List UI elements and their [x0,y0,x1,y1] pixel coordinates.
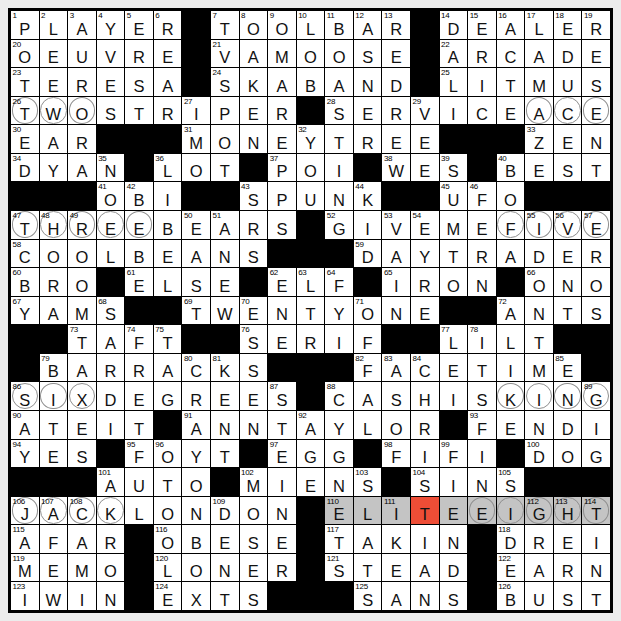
grid-cell[interactable]: E [382,125,410,153]
grid-cell[interactable]: 18E [554,11,582,39]
grid-cell[interactable]: 88C [325,382,353,410]
grid-cell[interactable]: K [382,525,410,553]
grid-cell[interactable]: A [68,154,96,182]
grid-cell[interactable]: D [382,68,410,96]
grid-cell[interactable]: L [125,497,153,525]
grid-cell[interactable]: 117T [325,525,353,553]
grid-cell[interactable]: N [582,554,610,582]
grid-cell[interactable]: R [468,40,496,68]
grid-cell[interactable]: N [382,297,410,325]
grid-cell[interactable]: O [68,240,96,268]
grid-cell[interactable]: 65I [382,268,410,296]
grid-cell[interactable]: R [297,325,325,353]
grid-cell[interactable]: 25L [440,68,468,96]
grid-cell[interactable]: S [468,382,496,410]
grid-cell[interactable]: 12A [354,11,382,39]
grid-cell[interactable]: 60B [11,268,39,296]
grid-cell[interactable]: L [497,325,525,353]
grid-cell[interactable]: 68S [97,297,125,325]
grid-cell[interactable]: 78I [468,325,496,353]
grid-cell[interactable]: T [582,154,610,182]
grid-cell[interactable]: 15E [468,11,496,39]
grid-cell[interactable]: 116O [154,525,182,553]
grid-cell[interactable]: 26T [11,97,39,125]
grid-cell[interactable]: 69T [182,297,210,325]
grid-cell[interactable]: 80C [182,354,210,382]
grid-cell[interactable]: I [154,182,182,210]
grid-cell[interactable]: O [211,125,239,153]
grid-cell[interactable]: N [211,240,239,268]
grid-cell[interactable]: E [211,382,239,410]
grid-cell[interactable]: E [40,554,68,582]
grid-cell[interactable]: 102M [240,468,268,496]
grid-cell[interactable]: R [40,268,68,296]
grid-cell[interactable]: V [97,40,125,68]
grid-cell[interactable]: 113H [554,497,582,525]
grid-cell[interactable]: R [582,240,610,268]
grid-cell[interactable]: E [354,97,382,125]
grid-cell[interactable]: E [297,468,325,496]
grid-cell[interactable]: I [582,525,610,553]
grid-cell[interactable]: A [382,582,410,610]
grid-cell[interactable]: L [354,497,382,525]
grid-cell[interactable]: 99F [440,440,468,468]
grid-cell[interactable]: E [154,240,182,268]
grid-cell[interactable]: Y [325,411,353,439]
grid-cell[interactable]: A [354,382,382,410]
grid-cell[interactable]: 27I [182,97,210,125]
grid-cell[interactable]: B [154,211,182,239]
grid-cell[interactable]: E [268,525,296,553]
grid-cell[interactable]: E [97,68,125,96]
grid-cell[interactable]: 93F [468,411,496,439]
grid-cell[interactable]: D [440,554,468,582]
grid-cell[interactable]: 105S [497,468,525,496]
grid-cell[interactable]: 82F [354,354,382,382]
grid-cell[interactable]: C [554,97,582,125]
grid-cell[interactable]: 95F [125,440,153,468]
grid-cell[interactable]: 121S [325,554,353,582]
grid-cell[interactable]: E [382,554,410,582]
grid-cell[interactable]: D [97,382,125,410]
grid-cell[interactable]: A [40,297,68,325]
grid-cell[interactable]: 118D [497,525,525,553]
grid-cell[interactable]: O [68,268,96,296]
grid-cell[interactable]: O [382,411,410,439]
grid-cell[interactable]: T [211,154,239,182]
grid-cell[interactable]: T [297,297,325,325]
grid-cell[interactable]: E [440,354,468,382]
grid-cell[interactable]: 75T [154,325,182,353]
grid-cell[interactable]: N [325,182,353,210]
grid-cell[interactable]: Y [40,154,68,182]
grid-cell[interactable]: 51A [211,211,239,239]
grid-cell[interactable]: 5E [125,11,153,39]
grid-cell[interactable]: T [468,354,496,382]
grid-cell[interactable]: 3A [68,11,96,39]
grid-cell[interactable]: E [582,97,610,125]
grid-cell[interactable]: 119M [11,554,39,582]
grid-cell[interactable]: 107A [40,497,68,525]
grid-cell[interactable]: T [525,325,553,353]
grid-cell[interactable]: N [268,297,296,325]
grid-cell[interactable]: R [125,354,153,382]
grid-cell[interactable]: 45U [440,182,468,210]
grid-cell[interactable]: 89G [582,382,610,410]
grid-cell[interactable]: 111I [382,497,410,525]
grid-cell[interactable]: E [154,40,182,68]
grid-cell[interactable]: E [382,40,410,68]
grid-cell[interactable]: 22A [440,40,468,68]
grid-cell[interactable]: R [525,525,553,553]
grid-cell[interactable]: U [297,182,325,210]
grid-cell[interactable]: 17L [525,11,553,39]
grid-cell[interactable]: 24S [211,68,239,96]
grid-cell[interactable]: S [240,240,268,268]
grid-cell[interactable]: S [554,582,582,610]
grid-cell[interactable]: R [268,97,296,125]
grid-cell[interactable]: M [68,554,96,582]
grid-cell[interactable]: T [554,297,582,325]
grid-cell[interactable]: 11B [325,11,353,39]
grid-cell[interactable]: T [40,411,68,439]
grid-cell[interactable]: S [582,297,610,325]
grid-cell[interactable]: O [40,240,68,268]
grid-cell[interactable]: S [125,68,153,96]
grid-cell[interactable]: I [525,382,553,410]
grid-cell[interactable]: E [268,125,296,153]
grid-cell[interactable]: 61E [125,268,153,296]
grid-cell[interactable]: R [411,268,439,296]
grid-cell[interactable]: 19R [582,11,610,39]
grid-cell[interactable]: S [382,382,410,410]
grid-cell[interactable]: 108C [68,497,96,525]
grid-cell[interactable]: A [525,97,553,125]
grid-cell[interactable]: K [497,382,525,410]
grid-cell[interactable]: I [40,382,68,410]
grid-cell[interactable]: 94Y [11,440,39,468]
grid-cell[interactable]: I [97,411,125,439]
grid-cell[interactable]: 125S [354,582,382,610]
grid-cell[interactable]: T [411,497,439,525]
grid-cell[interactable]: E [68,411,96,439]
grid-cell[interactable]: C [468,97,496,125]
grid-cell[interactable]: O [182,154,210,182]
grid-cell[interactable]: A [497,240,525,268]
grid-cell[interactable]: A [68,354,96,382]
grid-cell[interactable]: 14D [440,11,468,39]
grid-cell[interactable]: S [440,582,468,610]
grid-cell[interactable]: 47T [11,211,39,239]
grid-cell[interactable]: O [182,554,210,582]
grid-cell[interactable]: X [182,582,210,610]
grid-cell[interactable]: I [411,440,439,468]
grid-cell[interactable]: N [554,268,582,296]
grid-cell[interactable]: 64F [325,268,353,296]
grid-cell[interactable]: M [440,211,468,239]
grid-cell[interactable]: W [40,97,68,125]
grid-cell[interactable]: M [525,354,553,382]
grid-cell[interactable]: T [497,68,525,96]
grid-cell[interactable]: T [154,468,182,496]
grid-cell[interactable]: S [182,268,210,296]
grid-cell[interactable]: R [97,525,125,553]
grid-cell[interactable]: 110E [325,497,353,525]
grid-cell[interactable]: 38W [382,154,410,182]
grid-cell[interactable]: S [240,525,268,553]
grid-cell[interactable]: A [68,525,96,553]
grid-cell[interactable]: E [525,154,553,182]
grid-cell[interactable]: 91A [182,411,210,439]
grid-cell[interactable]: R [354,125,382,153]
grid-cell[interactable]: S [240,582,268,610]
grid-cell[interactable]: S [554,154,582,182]
grid-cell[interactable]: I [411,525,439,553]
grid-cell[interactable]: 83A [382,354,410,382]
grid-cell[interactable]: N [468,468,496,496]
grid-cell[interactable]: 53V [382,211,410,239]
grid-cell[interactable]: O [182,468,210,496]
grid-cell[interactable]: 10L [297,11,325,39]
grid-cell[interactable]: 120L [154,554,182,582]
grid-cell[interactable]: O [582,268,610,296]
grid-cell[interactable]: 28S [325,97,353,125]
grid-cell[interactable]: O [297,40,325,68]
grid-cell[interactable]: 6R [154,11,182,39]
grid-cell[interactable]: 33Z [525,125,553,153]
grid-cell[interactable]: 43S [240,182,268,210]
grid-cell[interactable]: 42B [125,182,153,210]
grid-cell[interactable]: T [440,240,468,268]
grid-cell[interactable]: I [440,468,468,496]
grid-cell[interactable]: E [582,40,610,68]
grid-cell[interactable]: 41O [97,182,125,210]
grid-cell[interactable]: 62E [268,268,296,296]
grid-cell[interactable]: N [525,297,553,325]
grid-cell[interactable]: B [182,525,210,553]
grid-cell[interactable]: R [68,125,96,153]
grid-cell[interactable]: 52G [325,211,353,239]
grid-cell[interactable]: T [211,440,239,468]
grid-cell[interactable]: B [125,240,153,268]
grid-cell[interactable]: 20O [11,40,39,68]
grid-cell[interactable]: R [182,382,210,410]
grid-cell[interactable]: I [497,497,525,525]
grid-cell[interactable]: F [354,325,382,353]
grid-cell[interactable]: 58C [11,240,39,268]
grid-cell[interactable]: G [325,440,353,468]
grid-cell[interactable]: 70E [240,297,268,325]
grid-cell[interactable]: E [268,325,296,353]
grid-cell[interactable]: N [240,411,268,439]
grid-cell[interactable]: I [440,382,468,410]
grid-cell[interactable]: I [68,582,96,610]
grid-cell[interactable]: F [40,525,68,553]
grid-cell[interactable]: P [211,97,239,125]
grid-cell[interactable]: E [97,211,125,239]
grid-cell[interactable]: O [68,97,96,125]
grid-cell[interactable]: 40B [497,154,525,182]
grid-cell[interactable]: Y [411,240,439,268]
grid-cell[interactable]: E [40,440,68,468]
grid-cell[interactable]: A [411,554,439,582]
grid-cell[interactable]: 104S [411,468,439,496]
grid-cell[interactable]: 63L [297,268,325,296]
grid-cell[interactable]: 100D [525,440,553,468]
grid-cell[interactable]: R [154,97,182,125]
grid-cell[interactable]: A [154,68,182,96]
grid-cell[interactable]: N [97,582,125,610]
grid-cell[interactable]: 115A [11,525,39,553]
grid-cell[interactable]: A [40,125,68,153]
grid-cell[interactable]: E [411,125,439,153]
grid-cell[interactable]: 72A [497,297,525,325]
grid-cell[interactable]: 56V [554,211,582,239]
grid-cell[interactable]: N [525,411,553,439]
grid-cell[interactable]: 73T [68,325,96,353]
grid-cell[interactable]: 46F [468,182,496,210]
grid-cell[interactable]: E [468,211,496,239]
grid-cell[interactable]: S [68,440,96,468]
grid-cell[interactable]: R [411,411,439,439]
grid-cell[interactable]: 106J [11,497,39,525]
grid-cell[interactable]: 122E [497,554,525,582]
grid-cell[interactable]: 103S [354,468,382,496]
grid-cell[interactable]: S [240,354,268,382]
grid-cell[interactable]: N [354,68,382,96]
grid-cell[interactable]: 13R [382,11,410,39]
grid-cell[interactable]: K [97,497,125,525]
grid-cell[interactable]: 23T [11,68,39,96]
grid-cell[interactable]: S [268,211,296,239]
grid-cell[interactable]: 49R [68,211,96,239]
grid-cell[interactable]: N [468,268,496,296]
grid-cell[interactable]: E [497,411,525,439]
grid-cell[interactable]: N [325,468,353,496]
grid-cell[interactable]: 36L [154,154,182,182]
grid-cell[interactable]: Y [182,440,210,468]
grid-cell[interactable]: A [382,240,410,268]
grid-cell[interactable]: L [154,268,182,296]
grid-cell[interactable]: A [154,354,182,382]
grid-cell[interactable]: O [240,497,268,525]
grid-cell[interactable]: T [125,411,153,439]
grid-cell[interactable]: E [125,211,153,239]
grid-cell[interactable]: 50E [182,211,210,239]
grid-cell[interactable]: L [97,240,125,268]
grid-cell[interactable]: 66O [525,268,553,296]
grid-cell[interactable]: N [554,382,582,410]
grid-cell[interactable]: O [497,182,525,210]
grid-cell[interactable]: 90A [11,411,39,439]
grid-cell[interactable]: S [582,68,610,96]
grid-cell[interactable]: T [125,97,153,125]
grid-cell[interactable]: K [240,68,268,96]
grid-cell[interactable]: E [440,497,468,525]
grid-cell[interactable]: D [554,411,582,439]
grid-cell[interactable]: 114T [582,497,610,525]
grid-cell[interactable]: H [411,382,439,410]
grid-cell[interactable]: 85E [554,354,582,382]
grid-cell[interactable]: 79B [40,354,68,382]
grid-cell[interactable]: E [40,68,68,96]
grid-cell[interactable]: R [468,240,496,268]
grid-cell[interactable]: I [325,325,353,353]
grid-cell[interactable]: G [154,382,182,410]
grid-cell[interactable]: 86S [11,382,39,410]
grid-cell[interactable]: 84C [411,354,439,382]
grid-cell[interactable]: T [325,125,353,153]
grid-cell[interactable]: N [440,525,468,553]
grid-cell[interactable]: I [354,211,382,239]
grid-cell[interactable]: E [554,125,582,153]
grid-cell[interactable]: 74F [125,325,153,353]
grid-cell[interactable]: 59D [354,240,382,268]
grid-cell[interactable]: Y [325,297,353,325]
grid-cell[interactable]: E [411,154,439,182]
grid-cell[interactable]: T [582,582,610,610]
grid-cell[interactable]: O [297,154,325,182]
grid-cell[interactable]: 92A [297,411,325,439]
grid-cell[interactable]: 124E [154,582,182,610]
grid-cell[interactable]: I [468,68,496,96]
grid-cell[interactable]: F [497,211,525,239]
grid-cell[interactable]: 71O [354,297,382,325]
grid-cell[interactable]: I [497,354,525,382]
grid-cell[interactable]: 1P [11,11,39,39]
grid-cell[interactable]: R [382,97,410,125]
grid-cell[interactable]: 96O [154,440,182,468]
grid-cell[interactable]: 81K [211,354,239,382]
grid-cell[interactable]: T [211,582,239,610]
grid-cell[interactable]: E [240,554,268,582]
grid-cell[interactable]: E [211,525,239,553]
grid-cell[interactable]: 29V [411,97,439,125]
grid-cell[interactable]: N [211,554,239,582]
grid-cell[interactable]: 57E [582,211,610,239]
grid-cell[interactable]: W [211,297,239,325]
grid-cell[interactable]: A [525,554,553,582]
grid-cell[interactable]: 76S [240,325,268,353]
grid-cell[interactable]: 87S [268,382,296,410]
grid-cell[interactable]: I [468,440,496,468]
grid-cell[interactable]: U [68,40,96,68]
grid-cell[interactable]: C [497,40,525,68]
grid-cell[interactable]: R [554,554,582,582]
grid-cell[interactable]: 32Y [297,125,325,153]
grid-cell[interactable]: O [440,268,468,296]
grid-cell[interactable]: A [182,240,210,268]
grid-cell[interactable]: 77L [440,325,468,353]
grid-cell[interactable]: W [40,582,68,610]
grid-cell[interactable]: O [154,497,182,525]
grid-cell[interactable]: 9O [268,11,296,39]
grid-cell[interactable]: N [582,125,610,153]
grid-cell[interactable]: T [268,411,296,439]
grid-cell[interactable]: 67Y [11,297,39,325]
grid-cell[interactable]: I [440,97,468,125]
grid-cell[interactable]: 112G [525,497,553,525]
grid-cell[interactable]: X [68,382,96,410]
grid-cell[interactable]: D [554,40,582,68]
grid-cell[interactable]: 31M [182,125,210,153]
grid-cell[interactable]: 54E [411,211,439,239]
grid-cell[interactable]: M [268,40,296,68]
grid-cell[interactable]: 30E [11,125,39,153]
grid-cell[interactable]: D [525,240,553,268]
grid-cell[interactable]: U [525,582,553,610]
grid-cell[interactable]: N [268,497,296,525]
